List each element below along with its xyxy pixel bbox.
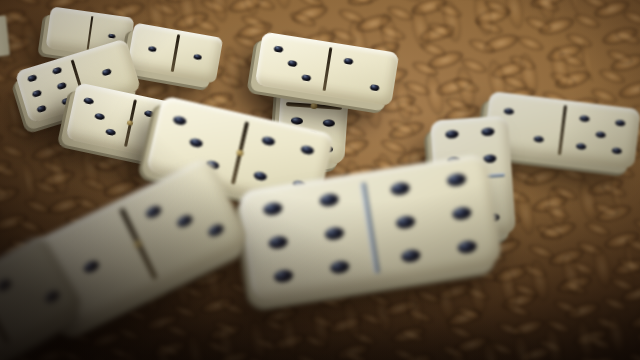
half-a-3: [255, 32, 330, 96]
pip: [263, 202, 284, 217]
pip: [43, 289, 60, 304]
pip: [94, 113, 105, 121]
half-b-2: [324, 43, 399, 107]
half-a-6: [237, 173, 376, 303]
pip: [62, 97, 72, 105]
pip: [503, 108, 514, 115]
pip: [300, 145, 314, 156]
pip: [457, 239, 478, 254]
pip: [401, 248, 422, 263]
pip: [579, 115, 590, 122]
pip: [615, 119, 626, 126]
pip: [101, 68, 111, 76]
pip: [290, 117, 302, 125]
half-a-0: [45, 6, 91, 53]
pip: [144, 109, 155, 117]
pip: [207, 222, 226, 238]
pip: [144, 204, 163, 220]
half-b-5: [560, 100, 640, 169]
pip: [261, 136, 275, 147]
pip: [273, 45, 283, 52]
pip: [445, 130, 459, 139]
pip: [268, 235, 289, 250]
pip: [27, 74, 37, 82]
pip: [319, 193, 340, 208]
pip: [611, 148, 622, 155]
pip: [108, 34, 115, 39]
half-b-1: [172, 31, 223, 84]
pip: [451, 206, 472, 221]
pip: [173, 115, 187, 126]
pip: [533, 136, 544, 143]
half-b-6: [364, 153, 503, 283]
pip: [481, 128, 495, 137]
pip: [344, 58, 354, 65]
pip: [105, 129, 116, 137]
pip: [0, 278, 12, 293]
pip: [446, 173, 467, 188]
pip: [194, 54, 203, 60]
pip: [176, 213, 195, 229]
stage: [0, 0, 640, 360]
pip: [82, 259, 101, 275]
pip: [329, 259, 350, 274]
pip: [148, 46, 157, 52]
pip: [323, 119, 335, 127]
pip: [273, 268, 294, 283]
pip: [52, 66, 62, 74]
pip: [37, 105, 47, 113]
pip: [324, 226, 345, 241]
pip: [595, 131, 606, 138]
pip: [576, 143, 587, 150]
pip: [253, 171, 267, 182]
pip: [390, 182, 411, 197]
pip: [370, 84, 380, 91]
pip: [287, 60, 297, 67]
pip: [301, 75, 311, 82]
pip: [32, 89, 42, 97]
pip: [57, 82, 67, 90]
pip: [189, 138, 203, 149]
pip: [395, 215, 416, 230]
pip: [83, 97, 94, 105]
